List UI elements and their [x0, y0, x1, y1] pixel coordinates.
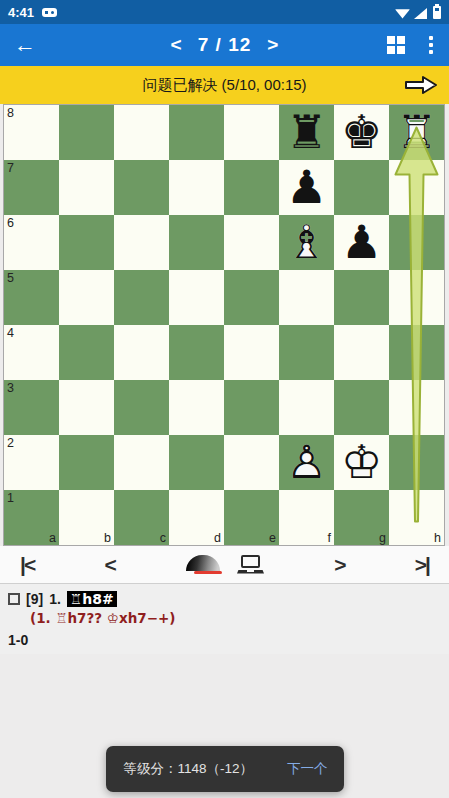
variation-line[interactable]: (1. ♖h7?? ♔xh7−+): [30, 610, 441, 626]
rank-label-5: 5: [7, 271, 14, 285]
square-d4[interactable]: [169, 325, 224, 380]
square-d2[interactable]: [169, 435, 224, 490]
puzzle-counter: 7 / 12: [198, 34, 252, 56]
square-e8[interactable]: [224, 105, 279, 160]
rank-label-8: 8: [7, 106, 14, 120]
square-h7[interactable]: [389, 160, 444, 215]
engine-strength-icon[interactable]: [185, 555, 221, 575]
move-checkbox[interactable]: [8, 593, 20, 605]
next-puzzle-action[interactable]: 下一个: [287, 760, 328, 778]
rank-label-7: 7: [7, 161, 14, 175]
rating-text: 等级分：1148（-12）: [124, 760, 254, 778]
square-c7[interactable]: [114, 160, 169, 215]
square-e2[interactable]: [224, 435, 279, 490]
piece-wb-f6: ♝♗: [279, 215, 334, 270]
square-b6[interactable]: [59, 215, 114, 270]
move-number: 1.: [49, 591, 61, 607]
file-label-c: c: [160, 531, 166, 545]
status-right: [395, 6, 441, 19]
square-a3[interactable]: 3: [4, 380, 59, 435]
piece-wk-g2: ♚♔: [334, 435, 389, 490]
app-bar-actions: [387, 34, 435, 56]
square-e6[interactable]: [224, 215, 279, 270]
rank-label-1: 1: [7, 491, 14, 505]
board-grid: 8♜♚♜♖7♟6♝♗♟5432♟♙♚♔1abcdefgh: [4, 105, 444, 545]
square-b2[interactable]: [59, 435, 114, 490]
chess-board: 8♜♚♜♖7♟6♝♗♟5432♟♙♚♔1abcdefgh: [3, 104, 445, 546]
last-move-button[interactable]: >|: [415, 553, 429, 577]
puzzle-grid-button[interactable]: [387, 36, 405, 54]
square-c6[interactable]: [114, 215, 169, 270]
square-a5[interactable]: 5: [4, 270, 59, 325]
square-f5[interactable]: [279, 270, 334, 325]
square-e3[interactable]: [224, 380, 279, 435]
prev-puzzle-button[interactable]: <: [171, 34, 182, 56]
gamepad-icon: [42, 8, 57, 17]
prev-move-button[interactable]: <: [104, 553, 114, 577]
square-g5[interactable]: [334, 270, 389, 325]
screen: 4:41 ← < 7 / 12 > 问题已解决 (5/10, 00:15) 8♜…: [0, 0, 449, 798]
clock: 4:41: [8, 5, 34, 20]
square-a1[interactable]: 1a: [4, 490, 59, 545]
square-g1[interactable]: g: [334, 490, 389, 545]
puzzle-navigator: < 7 / 12 >: [171, 34, 279, 56]
file-label-d: d: [214, 531, 221, 545]
solved-banner-text: 问题已解决 (5/10, 00:15): [142, 76, 306, 95]
square-g8[interactable]: ♚: [334, 105, 389, 160]
square-f6[interactable]: ♝♗: [279, 215, 334, 270]
next-move-button[interactable]: >: [334, 553, 344, 577]
square-c1[interactable]: c: [114, 490, 169, 545]
square-h4[interactable]: [389, 325, 444, 380]
square-c4[interactable]: [114, 325, 169, 380]
square-h3[interactable]: [389, 380, 444, 435]
file-label-e: e: [269, 531, 276, 545]
main-move-line: [9] 1. ♖h8#: [8, 591, 441, 607]
square-d5[interactable]: [169, 270, 224, 325]
square-g7[interactable]: [334, 160, 389, 215]
square-h8[interactable]: ♜♖: [389, 105, 444, 160]
square-b7[interactable]: [59, 160, 114, 215]
file-label-h: h: [434, 531, 441, 545]
status-bar: 4:41: [0, 0, 449, 24]
square-c8[interactable]: [114, 105, 169, 160]
piece-wr-h8: ♜♖: [389, 105, 444, 160]
move-toolbar: |< < > >|: [0, 546, 449, 584]
piece-wp-f2: ♟♙: [279, 435, 334, 490]
square-g2[interactable]: ♚♔: [334, 435, 389, 490]
battery-icon: [433, 6, 441, 19]
square-b8[interactable]: [59, 105, 114, 160]
piece-bp-g6: ♟: [334, 215, 389, 270]
square-c3[interactable]: [114, 380, 169, 435]
square-e7[interactable]: [224, 160, 279, 215]
square-d1[interactable]: d: [169, 490, 224, 545]
game-result: 1-0: [8, 632, 441, 648]
square-a6[interactable]: 6: [4, 215, 59, 270]
square-d3[interactable]: [169, 380, 224, 435]
square-f8[interactable]: ♜: [279, 105, 334, 160]
back-button[interactable]: ←: [14, 32, 36, 58]
main-move[interactable]: ♖h8#: [67, 591, 117, 607]
file-label-a: a: [49, 531, 56, 545]
rank-label-6: 6: [7, 216, 14, 230]
square-g4[interactable]: [334, 325, 389, 380]
file-label-b: b: [104, 531, 111, 545]
overflow-menu-button[interactable]: [427, 34, 435, 56]
square-d7[interactable]: [169, 160, 224, 215]
square-f1[interactable]: f: [279, 490, 334, 545]
signal-icon: [414, 8, 427, 19]
square-f2[interactable]: ♟♙: [279, 435, 334, 490]
puzzle-tag: [9]: [26, 591, 43, 607]
square-h6[interactable]: [389, 215, 444, 270]
square-d6[interactable]: [169, 215, 224, 270]
square-h5[interactable]: [389, 270, 444, 325]
square-f3[interactable]: [279, 380, 334, 435]
square-f4[interactable]: [279, 325, 334, 380]
square-f7[interactable]: ♟: [279, 160, 334, 215]
square-h1[interactable]: h: [389, 490, 444, 545]
square-a2[interactable]: 2: [4, 435, 59, 490]
square-b3[interactable]: [59, 380, 114, 435]
rank-label-3: 3: [7, 381, 14, 395]
piece-br-f8: ♜: [279, 105, 334, 160]
piece-bk-g8: ♚: [334, 105, 389, 160]
app-bar: ← < 7 / 12 >: [0, 24, 449, 66]
toolbar-center: [185, 555, 264, 575]
piece-bp-f7: ♟: [279, 160, 334, 215]
square-b4[interactable]: [59, 325, 114, 380]
status-left: 4:41: [8, 5, 57, 20]
file-label-f: f: [328, 531, 331, 545]
square-g6[interactable]: ♟: [334, 215, 389, 270]
square-c5[interactable]: [114, 270, 169, 325]
computer-analysis-icon[interactable]: [237, 555, 264, 575]
first-move-button[interactable]: |<: [20, 553, 34, 577]
rank-label-2: 2: [7, 436, 14, 450]
rank-label-4: 4: [7, 326, 14, 340]
banner-next-arrow-icon[interactable]: [403, 74, 439, 96]
file-label-g: g: [379, 531, 386, 545]
rating-snackbar: 等级分：1148（-12） 下一个: [106, 746, 344, 792]
square-b1[interactable]: b: [59, 490, 114, 545]
square-e1[interactable]: e: [224, 490, 279, 545]
next-puzzle-button[interactable]: >: [267, 34, 278, 56]
square-d8[interactable]: [169, 105, 224, 160]
square-c2[interactable]: [114, 435, 169, 490]
notation-panel: [9] 1. ♖h8# (1. ♖h7?? ♔xh7−+) 1-0: [0, 584, 449, 654]
square-h2[interactable]: [389, 435, 444, 490]
square-e4[interactable]: [224, 325, 279, 380]
square-a7[interactable]: 7: [4, 160, 59, 215]
square-a4[interactable]: 4: [4, 325, 59, 380]
square-g3[interactable]: [334, 380, 389, 435]
wifi-icon: [395, 8, 410, 19]
square-a8[interactable]: 8: [4, 105, 59, 160]
square-b5[interactable]: [59, 270, 114, 325]
square-e5[interactable]: [224, 270, 279, 325]
solved-banner: 问题已解决 (5/10, 00:15): [0, 66, 449, 104]
